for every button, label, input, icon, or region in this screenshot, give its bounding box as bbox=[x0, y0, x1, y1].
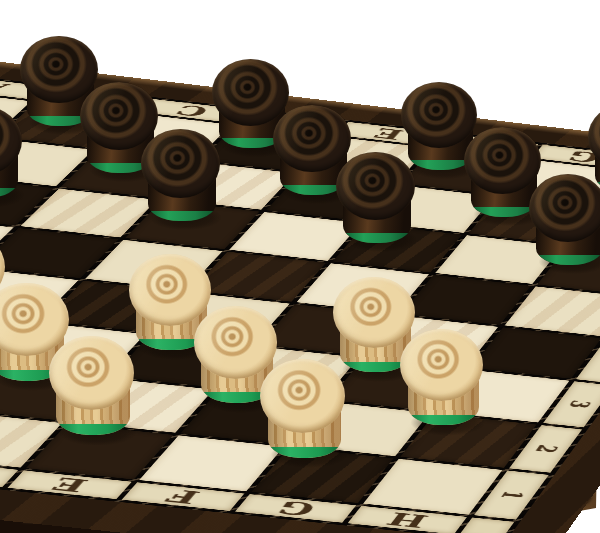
file-label-c-far-label: C bbox=[172, 103, 211, 119]
file-label-e-near-label: E bbox=[48, 475, 93, 495]
piece-light-e1[interactable] bbox=[49, 336, 134, 435]
rank-label-1-right-label: 1 bbox=[496, 490, 527, 500]
piece-top bbox=[260, 359, 345, 433]
rank-label-3-right-label: 3 bbox=[564, 399, 593, 409]
rank-label-4-right-label: 4 bbox=[597, 356, 600, 365]
piece-top bbox=[400, 329, 483, 401]
piece-top bbox=[336, 152, 415, 220]
piece-dark-d6[interactable] bbox=[141, 129, 220, 221]
piece-top bbox=[588, 104, 600, 170]
rank-label-2-right-label: 2 bbox=[531, 444, 561, 454]
piece-light-h2[interactable] bbox=[400, 329, 483, 425]
file-label-g-near-label: G bbox=[273, 498, 319, 518]
piece-top bbox=[141, 129, 220, 198]
file-label-a-far-label: A bbox=[0, 80, 12, 95]
board-corner bbox=[459, 517, 514, 533]
file-label-f-near-label: F bbox=[162, 487, 204, 506]
checkers-board-photo: ABCDEFGH8877665544332211ABCDEFGH bbox=[0, 0, 600, 533]
piece-dark-h6[interactable] bbox=[529, 174, 600, 265]
piece-top bbox=[529, 174, 600, 242]
file-label-h-near-label: H bbox=[383, 510, 432, 530]
piece-light-g1[interactable] bbox=[260, 359, 345, 457]
piece-dark-f6[interactable] bbox=[336, 152, 415, 243]
piece-dark-b6[interactable] bbox=[0, 106, 22, 198]
